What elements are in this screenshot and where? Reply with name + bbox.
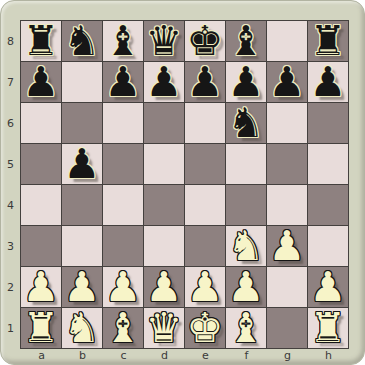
piece-black-pawn-d7[interactable]: ♟ [144,62,184,102]
rank-label-1: 1 [1,308,20,349]
square-f4[interactable] [226,185,266,225]
square-h7[interactable]: ♟ [308,62,348,102]
piece-white-king-e1[interactable]: ♚ [185,308,225,348]
square-f7[interactable]: ♟ [226,62,266,102]
piece-white-pawn-b2[interactable]: ♟ [62,267,102,307]
square-b5[interactable]: ♟ [62,144,102,184]
piece-black-pawn-g7[interactable]: ♟ [267,62,307,102]
piece-white-rook-a1[interactable]: ♜ [21,308,61,348]
square-e3[interactable] [185,226,225,266]
piece-black-queen-d8[interactable]: ♛ [144,21,184,61]
rank-label-8: 8 [1,21,20,62]
square-f6[interactable]: ♞ [226,103,266,143]
piece-white-knight-b1[interactable]: ♞ [62,308,102,348]
square-a2[interactable]: ♟ [21,267,61,307]
square-d6[interactable] [144,103,184,143]
square-h5[interactable] [308,144,348,184]
piece-white-pawn-e2[interactable]: ♟ [185,267,225,307]
piece-black-knight-b8[interactable]: ♞ [62,21,102,61]
square-g3[interactable]: ♟ [267,226,307,266]
square-h4[interactable] [308,185,348,225]
square-g1[interactable] [267,308,307,348]
square-d8[interactable]: ♛ [144,21,184,61]
square-g8[interactable] [267,21,307,61]
square-e2[interactable]: ♟ [185,267,225,307]
piece-white-queen-d1[interactable]: ♛ [144,308,184,348]
piece-black-pawn-c7[interactable]: ♟ [103,62,143,102]
square-a3[interactable] [21,226,61,266]
piece-black-pawn-h7[interactable]: ♟ [308,62,348,102]
rank-label-2: 2 [1,267,20,308]
square-b6[interactable] [62,103,102,143]
square-d2[interactable]: ♟ [144,267,184,307]
square-c2[interactable]: ♟ [103,267,143,307]
square-h2[interactable]: ♟ [308,267,348,307]
piece-black-king-e8[interactable]: ♚ [185,21,225,61]
square-c3[interactable] [103,226,143,266]
piece-white-pawn-d2[interactable]: ♟ [144,267,184,307]
piece-white-rook-h1[interactable]: ♜ [308,308,348,348]
square-a4[interactable] [21,185,61,225]
square-f2[interactable]: ♟ [226,267,266,307]
piece-white-pawn-a2[interactable]: ♟ [21,267,61,307]
file-label-g: g [267,348,308,363]
rank-label-5: 5 [1,144,20,185]
rank-label-7: 7 [1,62,20,103]
square-e6[interactable] [185,103,225,143]
square-a5[interactable] [21,144,61,184]
piece-black-rook-a8[interactable]: ♜ [21,21,61,61]
square-b4[interactable] [62,185,102,225]
square-g2[interactable] [267,267,307,307]
square-a8[interactable]: ♜ [21,21,61,61]
square-b1[interactable]: ♞ [62,308,102,348]
piece-black-rook-h8[interactable]: ♜ [308,21,348,61]
square-e4[interactable] [185,185,225,225]
piece-black-pawn-b5[interactable]: ♟ [62,144,102,184]
square-d5[interactable] [144,144,184,184]
square-h6[interactable] [308,103,348,143]
rank-label-4: 4 [1,185,20,226]
piece-white-pawn-f2[interactable]: ♟ [226,267,266,307]
piece-white-bishop-c1[interactable]: ♝ [103,308,143,348]
square-c4[interactable] [103,185,143,225]
square-g5[interactable] [267,144,307,184]
rank-label-6: 6 [1,103,20,144]
square-h1[interactable]: ♜ [308,308,348,348]
square-h3[interactable] [308,226,348,266]
square-a1[interactable]: ♜ [21,308,61,348]
square-e5[interactable] [185,144,225,184]
square-b8[interactable]: ♞ [62,21,102,61]
square-d7[interactable]: ♟ [144,62,184,102]
square-f3[interactable]: ♞ [226,226,266,266]
piece-white-pawn-h2[interactable]: ♟ [308,267,348,307]
square-a7[interactable]: ♟ [21,62,61,102]
piece-white-pawn-g3[interactable]: ♟ [267,226,307,266]
square-g7[interactable]: ♟ [267,62,307,102]
piece-black-bishop-f8[interactable]: ♝ [226,21,266,61]
square-d1[interactable]: ♛ [144,308,184,348]
square-b3[interactable] [62,226,102,266]
piece-black-pawn-a7[interactable]: ♟ [21,62,61,102]
square-h8[interactable]: ♜ [308,21,348,61]
square-d3[interactable] [144,226,184,266]
square-c8[interactable]: ♝ [103,21,143,61]
piece-white-bishop-f1[interactable]: ♝ [226,308,266,348]
piece-black-bishop-c8[interactable]: ♝ [103,21,143,61]
piece-white-pawn-c2[interactable]: ♟ [103,267,143,307]
square-c6[interactable] [103,103,143,143]
square-e1[interactable]: ♚ [185,308,225,348]
square-c5[interactable] [103,144,143,184]
rank-label-3: 3 [1,226,20,267]
square-e7[interactable]: ♟ [185,62,225,102]
piece-white-knight-f3[interactable]: ♞ [226,226,266,266]
piece-black-pawn-f7[interactable]: ♟ [226,62,266,102]
rank-labels: 87654321 [1,21,20,349]
square-b2[interactable]: ♟ [62,267,102,307]
square-c1[interactable]: ♝ [103,308,143,348]
square-b7[interactable] [62,62,102,102]
square-c7[interactable]: ♟ [103,62,143,102]
piece-black-pawn-e7[interactable]: ♟ [185,62,225,102]
board-panel: 87654321 ♜♞♝♛♚♝♜♟♟♟♟♟♟♟♞♟♞♟♟♟♟♟♟♟♟♜♞♝♛♚♝… [0,0,365,365]
square-f5[interactable] [226,144,266,184]
square-g4[interactable] [267,185,307,225]
square-e8[interactable]: ♚ [185,21,225,61]
square-g6[interactable] [267,103,307,143]
square-f8[interactable]: ♝ [226,21,266,61]
chess-board: ♜♞♝♛♚♝♜♟♟♟♟♟♟♟♞♟♞♟♟♟♟♟♟♟♟♜♞♝♛♚♝♜ [20,20,349,349]
square-d4[interactable] [144,185,184,225]
piece-black-knight-f6[interactable]: ♞ [226,103,266,143]
square-a6[interactable] [21,103,61,143]
square-f1[interactable]: ♝ [226,308,266,348]
